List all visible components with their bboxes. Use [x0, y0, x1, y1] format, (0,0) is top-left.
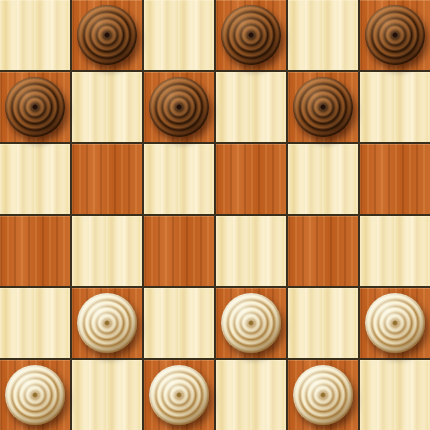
square-r1-c5 — [360, 72, 430, 142]
dark-piece[interactable] — [293, 77, 353, 137]
square-r5-c2[interactable] — [144, 360, 214, 430]
square-r3-c3 — [216, 216, 286, 286]
light-piece[interactable] — [77, 293, 137, 353]
square-r5-c3 — [216, 360, 286, 430]
square-r5-c5 — [360, 360, 430, 430]
dark-piece[interactable] — [77, 5, 137, 65]
dark-piece[interactable] — [221, 5, 281, 65]
light-piece[interactable] — [365, 293, 425, 353]
square-r0-c0 — [0, 0, 70, 70]
dark-piece[interactable] — [5, 77, 65, 137]
square-r3-c0[interactable] — [0, 216, 70, 286]
square-r0-c4 — [288, 0, 358, 70]
dark-piece[interactable] — [365, 5, 425, 65]
checkers-board — [0, 0, 430, 430]
square-r1-c0[interactable] — [0, 72, 70, 142]
square-r2-c5[interactable] — [360, 144, 430, 214]
square-r4-c4 — [288, 288, 358, 358]
square-r4-c5[interactable] — [360, 288, 430, 358]
square-r2-c1[interactable] — [72, 144, 142, 214]
light-piece[interactable] — [149, 365, 209, 425]
square-r4-c2 — [144, 288, 214, 358]
square-r4-c0 — [0, 288, 70, 358]
square-r5-c1 — [72, 360, 142, 430]
square-r2-c3[interactable] — [216, 144, 286, 214]
square-r0-c2 — [144, 0, 214, 70]
light-piece[interactable] — [293, 365, 353, 425]
square-r2-c4 — [288, 144, 358, 214]
light-piece[interactable] — [221, 293, 281, 353]
square-r1-c2[interactable] — [144, 72, 214, 142]
square-r0-c5[interactable] — [360, 0, 430, 70]
square-r1-c3 — [216, 72, 286, 142]
square-r0-c3[interactable] — [216, 0, 286, 70]
square-r2-c0 — [0, 144, 70, 214]
square-r1-c4[interactable] — [288, 72, 358, 142]
square-r2-c2 — [144, 144, 214, 214]
square-r1-c1 — [72, 72, 142, 142]
square-r4-c3[interactable] — [216, 288, 286, 358]
square-r0-c1[interactable] — [72, 0, 142, 70]
square-r3-c2[interactable] — [144, 216, 214, 286]
light-piece[interactable] — [5, 365, 65, 425]
square-r5-c4[interactable] — [288, 360, 358, 430]
square-r3-c4[interactable] — [288, 216, 358, 286]
square-r4-c1[interactable] — [72, 288, 142, 358]
dark-piece[interactable] — [149, 77, 209, 137]
square-r5-c0[interactable] — [0, 360, 70, 430]
square-r3-c5 — [360, 216, 430, 286]
square-r3-c1 — [72, 216, 142, 286]
